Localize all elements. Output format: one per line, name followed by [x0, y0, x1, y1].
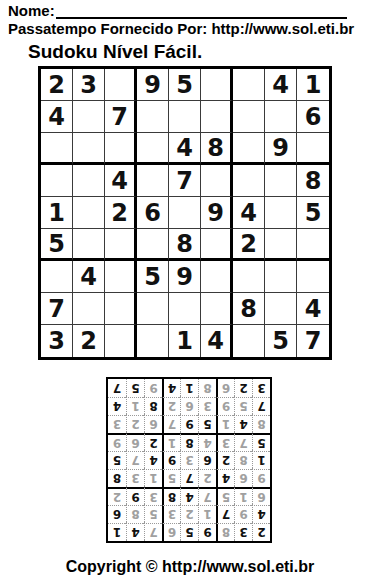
name-label: Nome: — [8, 2, 55, 19]
main-cell-r3c6[interactable]: 8 — [201, 133, 233, 165]
solution-cell-r2c4: 1 — [198, 505, 216, 523]
main-cell-r1c9[interactable]: 1 — [297, 69, 329, 101]
main-cell-r1c3[interactable] — [105, 69, 137, 101]
main-cell-r7c1[interactable] — [41, 261, 73, 293]
solution-cell-r1c7: 7 — [144, 523, 162, 541]
solution-cell-r8c5: 6 — [180, 397, 198, 415]
main-cell-r3c5[interactable]: 4 — [169, 133, 201, 165]
solution-cell-r1c8: 4 — [126, 523, 144, 541]
main-cell-r4c1[interactable] — [41, 165, 73, 197]
name-write-in-line[interactable] — [56, 2, 347, 19]
solution-cell-r1c2: 3 — [234, 523, 252, 541]
solution-cell-r7c7: 6 — [144, 415, 162, 433]
main-cell-r5c8[interactable] — [265, 197, 297, 229]
main-cell-r5c7[interactable]: 4 — [233, 197, 265, 229]
main-cell-r6c2[interactable] — [73, 229, 105, 261]
solution-cell-r9c2: 2 — [234, 379, 252, 397]
main-cell-r2c7[interactable] — [233, 101, 265, 133]
solution-cell-r7c9: 3 — [108, 415, 126, 433]
main-cell-r8c4[interactable] — [137, 293, 169, 325]
solution-cell-r9c4: 8 — [198, 379, 216, 397]
solution-cell-r3c6: 8 — [162, 487, 180, 505]
main-cell-r9c1[interactable]: 3 — [41, 325, 73, 357]
main-cell-r5c6[interactable]: 9 — [201, 197, 233, 229]
main-cell-r1c4[interactable]: 9 — [137, 69, 169, 101]
solution-cell-r7c2: 4 — [234, 415, 252, 433]
main-cell-r4c5[interactable]: 7 — [169, 165, 201, 197]
main-cell-r5c2[interactable] — [73, 197, 105, 229]
main-cell-r8c8[interactable] — [265, 293, 297, 325]
main-cell-r5c1[interactable]: 1 — [41, 197, 73, 229]
solution-cell-r2c6: 3 — [162, 505, 180, 523]
solution-cell-r9c8: 5 — [126, 379, 144, 397]
main-cell-r8c7[interactable]: 8 — [233, 293, 265, 325]
main-cell-r2c3[interactable]: 7 — [105, 101, 137, 133]
main-cell-r5c3[interactable]: 2 — [105, 197, 137, 229]
main-cell-r9c8[interactable]: 5 — [265, 325, 297, 357]
solution-cell-r4c9: 8 — [108, 469, 126, 487]
solution-cell-r9c3: 6 — [216, 379, 234, 397]
main-cell-r6c3[interactable] — [105, 229, 137, 261]
main-cell-r5c5[interactable] — [169, 197, 201, 229]
main-cell-r8c9[interactable]: 4 — [297, 293, 329, 325]
solution-cell-r6c2: 7 — [234, 433, 252, 451]
solution-cell-r5c7: 4 — [144, 451, 162, 469]
main-cell-r3c9[interactable] — [297, 133, 329, 165]
solution-cell-r9c1: 3 — [252, 379, 270, 397]
main-cell-r3c1[interactable] — [41, 133, 73, 165]
solution-cell-r2c8: 8 — [126, 505, 144, 523]
main-cell-r4c7[interactable] — [233, 165, 265, 197]
main-cell-r8c3[interactable] — [105, 293, 137, 325]
sudoku-printable-page: Nome: Passatempo Fornecido Por: http://w… — [0, 0, 380, 585]
solution-cell-r6c1: 5 — [252, 433, 270, 451]
solution-cell-r6c4: 4 — [198, 433, 216, 451]
main-cell-r2c6[interactable] — [201, 101, 233, 133]
solution-cell-r7c3: 1 — [216, 415, 234, 433]
main-cell-r1c6[interactable] — [201, 69, 233, 101]
main-cell-r6c9[interactable] — [297, 229, 329, 261]
solution-cell-r9c5: 1 — [180, 379, 198, 397]
solution-cell-r2c7: 5 — [144, 505, 162, 523]
page-title: Sudoku Nível Fácil. — [28, 41, 202, 63]
solution-cell-r3c5: 4 — [180, 487, 198, 505]
solution-cell-r5c4: 6 — [198, 451, 216, 469]
solution-cell-r1c3: 8 — [216, 523, 234, 541]
main-cell-r6c4[interactable] — [137, 229, 169, 261]
solution-cell-r2c2: 9 — [234, 505, 252, 523]
solution-cell-r5c3: 2 — [216, 451, 234, 469]
main-cell-r3c3[interactable] — [105, 133, 137, 165]
solution-cell-r5c5: 3 — [180, 451, 198, 469]
main-cell-r7c9[interactable] — [297, 261, 329, 293]
solution-cell-r5c6: 9 — [162, 451, 180, 469]
solution-cell-r4c8: 3 — [126, 469, 144, 487]
main-cell-r1c1[interactable]: 2 — [41, 69, 73, 101]
solution-cell-r4c3: 4 — [216, 469, 234, 487]
main-cell-r4c6[interactable] — [201, 165, 233, 197]
solution-cell-r1c6: 6 — [162, 523, 180, 541]
main-cell-r1c2[interactable]: 3 — [73, 69, 105, 101]
main-cell-r9c4[interactable] — [137, 325, 169, 357]
solution-cell-r7c8: 2 — [126, 415, 144, 433]
solution-cell-r6c6: 1 — [162, 433, 180, 451]
solution-cell-r2c1: 4 — [252, 505, 270, 523]
solution-cell-r8c4: 3 — [198, 397, 216, 415]
solution-cell-r7c4: 5 — [198, 415, 216, 433]
main-cell-r7c3[interactable] — [105, 261, 137, 293]
solution-cell-r8c7: 8 — [144, 397, 162, 415]
main-cell-r9c3[interactable] — [105, 325, 137, 357]
main-cell-r7c2[interactable]: 4 — [73, 261, 105, 293]
main-cell-r9c2[interactable]: 2 — [73, 325, 105, 357]
main-cell-r1c5[interactable]: 5 — [169, 69, 201, 101]
solution-cell-r7c6: 7 — [162, 415, 180, 433]
solution-cell-r4c5: 7 — [180, 469, 198, 487]
solution-cell-r8c3: 9 — [216, 397, 234, 415]
solution-cell-r8c2: 5 — [234, 397, 252, 415]
main-cell-r2c9[interactable]: 6 — [297, 101, 329, 133]
main-cell-r4c8[interactable] — [265, 165, 297, 197]
main-cell-r6c7[interactable]: 2 — [233, 229, 265, 261]
solution-cell-r6c8: 6 — [126, 433, 144, 451]
solution-cell-r1c1: 2 — [252, 523, 270, 541]
main-cell-r8c5[interactable] — [169, 293, 201, 325]
main-sudoku-grid: 239541476489478126945582459784321457 — [38, 66, 332, 360]
solution-cell-r2c3: 7 — [216, 505, 234, 523]
solution-cell-r5c1: 1 — [252, 451, 270, 469]
main-cell-r3c4[interactable] — [137, 133, 169, 165]
main-cell-r9c5[interactable]: 1 — [169, 325, 201, 357]
solution-cell-r5c2: 8 — [234, 451, 252, 469]
solution-cell-r3c9: 2 — [108, 487, 126, 505]
main-cell-r1c8[interactable]: 4 — [265, 69, 297, 101]
main-cell-r5c9[interactable]: 5 — [297, 197, 329, 229]
main-cell-r3c7[interactable] — [233, 133, 265, 165]
solution-cell-r3c7: 3 — [144, 487, 162, 505]
solution-cell-r8c1: 7 — [252, 397, 270, 415]
solution-cell-r2c5: 2 — [180, 505, 198, 523]
main-cell-r4c4[interactable] — [137, 165, 169, 197]
solution-cell-r4c6: 5 — [162, 469, 180, 487]
main-cell-r2c2[interactable] — [73, 101, 105, 133]
solution-cell-r4c7: 1 — [144, 469, 162, 487]
main-cell-r8c1[interactable]: 7 — [41, 293, 73, 325]
name-row: Nome: — [8, 2, 347, 19]
main-cell-r3c8[interactable]: 9 — [265, 133, 297, 165]
main-cell-r2c4[interactable] — [137, 101, 169, 133]
main-cell-r6c6[interactable] — [201, 229, 233, 261]
solution-cell-r6c7: 2 — [144, 433, 162, 451]
solution-cell-r1c4: 9 — [198, 523, 216, 541]
main-cell-r5c4[interactable]: 6 — [137, 197, 169, 229]
main-cell-r4c3[interactable]: 4 — [105, 165, 137, 197]
main-cell-r6c1[interactable]: 5 — [41, 229, 73, 261]
main-cell-r9c6[interactable]: 4 — [201, 325, 233, 357]
solution-cell-r4c1: 9 — [252, 469, 270, 487]
solution-cell-r2c9: 6 — [108, 505, 126, 523]
solution-cell-r4c4: 2 — [198, 469, 216, 487]
solution-cell-r1c9: 1 — [108, 523, 126, 541]
solution-cell-r7c1: 8 — [252, 415, 270, 433]
main-cell-r1c7[interactable] — [233, 69, 265, 101]
main-cell-r7c5[interactable]: 9 — [169, 261, 201, 293]
solution-cell-r1c5: 5 — [180, 523, 198, 541]
main-cell-r8c6[interactable] — [201, 293, 233, 325]
solution-cell-r3c8: 9 — [126, 487, 144, 505]
main-cell-r4c2[interactable] — [73, 165, 105, 197]
solution-cell-r4c2: 6 — [234, 469, 252, 487]
solution-cell-r3c4: 7 — [198, 487, 216, 505]
main-cell-r7c4[interactable]: 5 — [137, 261, 169, 293]
main-cell-r6c8[interactable] — [265, 229, 297, 261]
main-cell-r7c7[interactable] — [233, 261, 265, 293]
main-cell-r9c9[interactable]: 7 — [297, 325, 329, 357]
solution-cell-r5c9: 5 — [108, 451, 126, 469]
solution-cell-r6c9: 9 — [108, 433, 126, 451]
solution-cell-r3c1: 6 — [252, 487, 270, 505]
copyright-line: Copyright © http://www.sol.eti.br — [0, 558, 380, 576]
main-cell-r3c2[interactable] — [73, 133, 105, 165]
main-cell-r2c5[interactable] — [169, 101, 201, 133]
solution-cell-r8c9: 4 — [108, 397, 126, 415]
main-cell-r4c9[interactable]: 8 — [297, 165, 329, 197]
main-cell-r2c1[interactable]: 4 — [41, 101, 73, 133]
solution-cell-r9c6: 4 — [162, 379, 180, 397]
main-cell-r2c8[interactable] — [265, 101, 297, 133]
solution-cell-r3c3: 5 — [216, 487, 234, 505]
solution-grid-rotated: 2389567414971235866157483929642751381826… — [106, 377, 272, 543]
solution-cell-r7c5: 9 — [180, 415, 198, 433]
solution-cell-r9c9: 7 — [108, 379, 126, 397]
solution-cell-r8c6: 2 — [162, 397, 180, 415]
main-cell-r7c6[interactable] — [201, 261, 233, 293]
provider-line: Passatempo Fornecido Por: http://www.sol… — [8, 20, 354, 37]
solution-cell-r3c2: 1 — [234, 487, 252, 505]
solution-cell-r6c5: 8 — [180, 433, 198, 451]
solution-cell-r6c3: 3 — [216, 433, 234, 451]
main-cell-r7c8[interactable] — [265, 261, 297, 293]
main-cell-r9c7[interactable] — [233, 325, 265, 357]
main-cell-r8c2[interactable] — [73, 293, 105, 325]
solution-cell-r5c8: 7 — [126, 451, 144, 469]
solution-cell-r8c8: 1 — [126, 397, 144, 415]
main-cell-r6c5[interactable]: 8 — [169, 229, 201, 261]
solution-cell-r9c7: 9 — [144, 379, 162, 397]
